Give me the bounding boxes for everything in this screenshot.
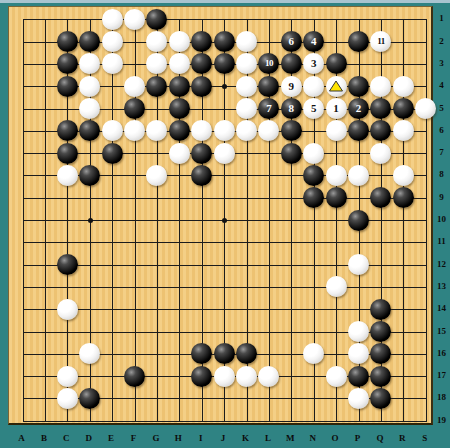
row-label-12: 12 (434, 259, 449, 269)
row-label-14: 14 (434, 303, 449, 313)
black-stone-P17[interactable] (348, 366, 369, 387)
column-label-F: F (128, 433, 140, 443)
black-stone-R9[interactable] (393, 187, 414, 208)
black-stone-C6[interactable] (57, 120, 78, 141)
black-stone-G1[interactable] (146, 9, 167, 30)
white-stone-L6[interactable] (258, 120, 279, 141)
row-label-2: 2 (434, 36, 449, 46)
row-label-7: 7 (434, 147, 449, 157)
star-point (222, 84, 227, 89)
black-stone-J3[interactable] (214, 53, 235, 74)
white-stone-G3[interactable] (146, 53, 167, 74)
white-stone-K2[interactable] (236, 31, 257, 52)
white-stone-M4[interactable] (281, 76, 302, 97)
black-stone-Q9[interactable] (370, 187, 391, 208)
black-stone-I17[interactable] (191, 366, 212, 387)
column-label-I: I (195, 433, 207, 443)
white-stone-R6[interactable] (393, 120, 414, 141)
column-label-P: P (352, 433, 364, 443)
white-stone-O13[interactable] (326, 276, 347, 297)
goban[interactable]: 1234567891011 (8, 6, 433, 425)
black-stone-I7[interactable] (191, 143, 212, 164)
black-stone-D6[interactable] (79, 120, 100, 141)
black-stone-Q16[interactable] (370, 343, 391, 364)
row-label-15: 15 (434, 326, 449, 336)
black-stone-G4[interactable] (146, 76, 167, 97)
white-stone-P16[interactable] (348, 343, 369, 364)
black-stone-I3[interactable] (191, 53, 212, 74)
white-stone-G2[interactable] (146, 31, 167, 52)
white-stone-N4[interactable] (303, 76, 324, 97)
black-stone-P2[interactable] (348, 31, 369, 52)
black-stone-C4[interactable] (57, 76, 78, 97)
black-stone-P4[interactable] (348, 76, 369, 97)
white-stone-R8[interactable] (393, 165, 414, 186)
white-stone-P8[interactable] (348, 165, 369, 186)
white-stone-K17[interactable] (236, 366, 257, 387)
white-stone-C14[interactable] (57, 299, 78, 320)
black-stone-E7[interactable] (102, 143, 123, 164)
white-stone-H2[interactable] (169, 31, 190, 52)
column-label-C: C (60, 433, 72, 443)
white-stone-Q7[interactable] (370, 143, 391, 164)
grid-line-vertical (45, 19, 46, 421)
column-label-O: O (329, 433, 341, 443)
column-label-L: L (262, 433, 274, 443)
frame-top-strip (0, 0, 450, 3)
column-label-A: A (16, 433, 28, 443)
row-label-17: 17 (434, 370, 449, 380)
black-stone-C7[interactable] (57, 143, 78, 164)
column-label-D: D (83, 433, 95, 443)
black-stone-M5[interactable] (281, 98, 302, 119)
row-label-19: 19 (434, 415, 449, 425)
white-stone-N3[interactable] (303, 53, 324, 74)
black-stone-H6[interactable] (169, 120, 190, 141)
white-stone-N16[interactable] (303, 343, 324, 364)
grid-line-vertical (426, 19, 427, 421)
column-label-N: N (307, 433, 319, 443)
white-stone-Q4[interactable] (370, 76, 391, 97)
white-stone-F1[interactable] (124, 9, 145, 30)
black-stone-N9[interactable] (303, 187, 324, 208)
column-label-K: K (240, 433, 252, 443)
column-label-G: G (150, 433, 162, 443)
black-stone-L3[interactable] (258, 53, 279, 74)
white-stone-H7[interactable] (169, 143, 190, 164)
white-stone-K6[interactable] (236, 120, 257, 141)
white-stone-C17[interactable] (57, 366, 78, 387)
grid-line-vertical (112, 19, 113, 421)
black-stone-O3[interactable] (326, 53, 347, 74)
white-stone-P12[interactable] (348, 254, 369, 275)
white-stone-O4[interactable] (326, 76, 347, 97)
black-stone-C12[interactable] (57, 254, 78, 275)
black-stone-Q18[interactable] (370, 388, 391, 409)
white-stone-G6[interactable] (146, 120, 167, 141)
grid-line-vertical (23, 19, 24, 421)
white-stone-F4[interactable] (124, 76, 145, 97)
white-stone-Q2[interactable] (370, 31, 391, 52)
row-label-18: 18 (434, 392, 449, 402)
white-stone-D4[interactable] (79, 76, 100, 97)
black-stone-I8[interactable] (191, 165, 212, 186)
black-stone-I4[interactable] (191, 76, 212, 97)
black-stone-K16[interactable] (236, 343, 257, 364)
black-stone-L4[interactable] (258, 76, 279, 97)
black-stone-M2[interactable] (281, 31, 302, 52)
star-point (88, 218, 93, 223)
white-stone-G8[interactable] (146, 165, 167, 186)
white-stone-E3[interactable] (102, 53, 123, 74)
column-label-B: B (38, 433, 50, 443)
white-stone-P15[interactable] (348, 321, 369, 342)
black-stone-M7[interactable] (281, 143, 302, 164)
white-stone-C18[interactable] (57, 388, 78, 409)
white-stone-J17[interactable] (214, 366, 235, 387)
column-label-M: M (284, 433, 296, 443)
column-label-R: R (396, 433, 408, 443)
column-label-H: H (172, 433, 184, 443)
column-label-J: J (217, 433, 229, 443)
white-stone-D5[interactable] (79, 98, 100, 119)
white-stone-E6[interactable] (102, 120, 123, 141)
black-stone-Q15[interactable] (370, 321, 391, 342)
white-stone-K5[interactable] (236, 98, 257, 119)
white-stone-O8[interactable] (326, 165, 347, 186)
white-stone-O17[interactable] (326, 366, 347, 387)
black-stone-L5[interactable] (258, 98, 279, 119)
white-stone-J7[interactable] (214, 143, 235, 164)
black-stone-I2[interactable] (191, 31, 212, 52)
white-stone-P18[interactable] (348, 388, 369, 409)
black-stone-D18[interactable] (79, 388, 100, 409)
white-stone-D3[interactable] (79, 53, 100, 74)
black-stone-H5[interactable] (169, 98, 190, 119)
black-stone-F5[interactable] (124, 98, 145, 119)
black-stone-C2[interactable] (57, 31, 78, 52)
black-stone-Q14[interactable] (370, 299, 391, 320)
column-label-E: E (105, 433, 117, 443)
black-stone-R5[interactable] (393, 98, 414, 119)
black-stone-P6[interactable] (348, 120, 369, 141)
white-stone-O6[interactable] (326, 120, 347, 141)
row-label-3: 3 (434, 58, 449, 68)
white-stone-E2[interactable] (102, 31, 123, 52)
white-stone-L17[interactable] (258, 366, 279, 387)
black-stone-D2[interactable] (79, 31, 100, 52)
white-stone-R4[interactable] (393, 76, 414, 97)
white-stone-I6[interactable] (191, 120, 212, 141)
black-stone-P5[interactable] (348, 98, 369, 119)
row-label-16: 16 (434, 348, 449, 358)
row-label-13: 13 (434, 281, 449, 291)
row-label-1: 1 (434, 13, 449, 23)
row-label-11: 11 (434, 236, 449, 246)
white-stone-K3[interactable] (236, 53, 257, 74)
black-stone-N2[interactable] (303, 31, 324, 52)
black-stone-M6[interactable] (281, 120, 302, 141)
go-board-app: 1234567891011 ABCDEFGHIJKLMNOPQRS1234567… (0, 0, 450, 448)
column-label-Q: Q (374, 433, 386, 443)
black-stone-D8[interactable] (79, 165, 100, 186)
white-stone-C8[interactable] (57, 165, 78, 186)
white-stone-H3[interactable] (169, 53, 190, 74)
black-stone-Q5[interactable] (370, 98, 391, 119)
row-label-5: 5 (434, 103, 449, 113)
row-label-10: 10 (434, 214, 449, 224)
black-stone-P10[interactable] (348, 210, 369, 231)
row-label-8: 8 (434, 169, 449, 179)
white-stone-F6[interactable] (124, 120, 145, 141)
black-stone-M3[interactable] (281, 53, 302, 74)
black-stone-I16[interactable] (191, 343, 212, 364)
row-label-4: 4 (434, 80, 449, 90)
white-stone-K4[interactable] (236, 76, 257, 97)
black-stone-J2[interactable] (214, 31, 235, 52)
white-stone-N5[interactable] (303, 98, 324, 119)
black-stone-Q17[interactable] (370, 366, 391, 387)
black-stone-H4[interactable] (169, 76, 190, 97)
black-stone-Q6[interactable] (370, 120, 391, 141)
white-stone-O5[interactable] (326, 98, 347, 119)
star-point (222, 218, 227, 223)
black-stone-F17[interactable] (124, 366, 145, 387)
black-stone-J16[interactable] (214, 343, 235, 364)
black-stone-O9[interactable] (326, 187, 347, 208)
black-stone-N8[interactable] (303, 165, 324, 186)
white-stone-J6[interactable] (214, 120, 235, 141)
column-label-S: S (419, 433, 431, 443)
black-stone-C3[interactable] (57, 53, 78, 74)
row-label-6: 6 (434, 125, 449, 135)
white-stone-N7[interactable] (303, 143, 324, 164)
white-stone-E1[interactable] (102, 9, 123, 30)
row-label-9: 9 (434, 192, 449, 202)
white-stone-D16[interactable] (79, 343, 100, 364)
